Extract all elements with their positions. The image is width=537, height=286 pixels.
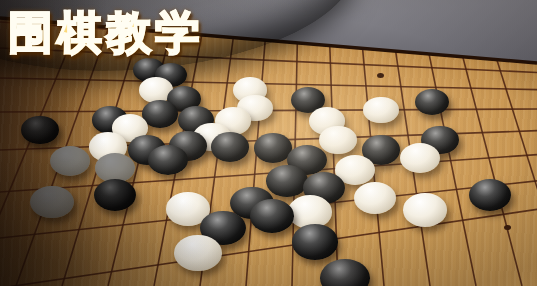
black-stone	[292, 224, 339, 259]
black-stone	[211, 132, 249, 161]
star-point	[504, 225, 511, 230]
white-stone	[319, 126, 357, 155]
black-stone	[320, 259, 370, 286]
star-point	[377, 73, 384, 78]
white-stone	[174, 235, 222, 271]
black-stone	[148, 145, 188, 175]
white-stone	[30, 186, 73, 219]
white-stone	[354, 182, 397, 215]
white-stone	[403, 193, 447, 226]
white-stone	[400, 143, 439, 173]
black-stone	[94, 179, 137, 211]
black-stone	[21, 116, 58, 144]
go-board-photo-scene: 围棋教学	[0, 0, 537, 286]
white-stone	[363, 97, 398, 124]
black-stone	[469, 179, 512, 211]
black-stone	[266, 165, 307, 196]
page-title: 围棋教学	[8, 10, 204, 55]
white-stone	[50, 146, 90, 176]
black-stone	[250, 199, 294, 233]
black-stone	[415, 89, 450, 115]
